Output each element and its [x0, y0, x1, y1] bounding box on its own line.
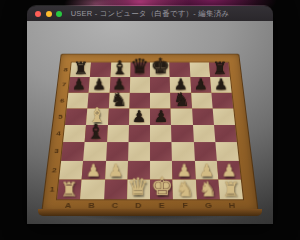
- square-f4[interactable]: [171, 125, 193, 142]
- app-content: 87654321 ABCDEFGH ♜♝♛♚♜♟♟♟♟♟♟♞♞♝♟♟♝♟♟♟♟♟…: [27, 21, 273, 223]
- square-c1[interactable]: [104, 179, 128, 199]
- black-pawn-b7[interactable]: ♟: [92, 77, 106, 92]
- white-queen-d1[interactable]: ♛: [128, 175, 150, 199]
- black-pawn-e5[interactable]: ♟: [153, 109, 167, 125]
- square-f6[interactable]: ♞: [170, 92, 191, 108]
- square-a5[interactable]: [65, 108, 88, 125]
- square-c5[interactable]: [108, 108, 130, 125]
- black-pawn-a7[interactable]: ♟: [72, 77, 86, 92]
- white-rook-a1[interactable]: ♜: [60, 180, 78, 200]
- square-b1[interactable]: [80, 179, 104, 199]
- square-a7[interactable]: ♟: [68, 77, 90, 92]
- zoom-button[interactable]: [56, 11, 62, 17]
- square-f3[interactable]: [172, 142, 195, 160]
- square-g4[interactable]: [193, 125, 216, 142]
- black-queen-d8[interactable]: ♛: [131, 56, 150, 77]
- black-knight-c6[interactable]: ♞: [110, 90, 127, 109]
- square-d3[interactable]: [128, 142, 150, 160]
- white-rook-h1[interactable]: ♜: [222, 180, 240, 200]
- square-c3[interactable]: [106, 142, 129, 160]
- white-knight-g1[interactable]: ♞: [199, 178, 218, 199]
- square-g7[interactable]: ♟: [190, 77, 211, 92]
- square-g1[interactable]: ♞: [195, 179, 219, 199]
- square-e1[interactable]: ♚: [150, 179, 173, 199]
- white-pawn-b2[interactable]: ♟: [86, 162, 101, 179]
- square-h1[interactable]: ♜: [218, 179, 243, 199]
- square-a3[interactable]: [61, 142, 85, 160]
- traffic-lights: [35, 11, 62, 17]
- square-h3[interactable]: [215, 142, 239, 160]
- black-knight-f6[interactable]: ♞: [173, 90, 190, 109]
- square-b4[interactable]: ♝: [85, 125, 108, 142]
- board-frame: 87654321 ABCDEFGH ♜♝♛♚♜♟♟♟♟♟♟♞♞♝♟♟♝♟♟♟♟♟…: [41, 54, 258, 212]
- window-title: USER - コンピュータ（白番です）- 編集済み: [71, 9, 230, 19]
- square-h6[interactable]: [211, 92, 233, 108]
- black-king-e8[interactable]: ♚: [150, 56, 169, 78]
- square-d1[interactable]: ♛: [127, 179, 150, 199]
- black-pawn-h7[interactable]: ♟: [214, 77, 228, 92]
- square-d5[interactable]: ♟: [129, 108, 150, 125]
- square-b7[interactable]: ♟: [89, 77, 110, 92]
- square-g5[interactable]: [192, 108, 214, 125]
- minimize-button[interactable]: [46, 11, 52, 17]
- square-e3[interactable]: [150, 142, 172, 160]
- square-e7[interactable]: [150, 77, 170, 92]
- square-b3[interactable]: [83, 142, 106, 160]
- square-a4[interactable]: [63, 125, 86, 142]
- board-scene: 87654321 ABCDEFGH ♜♝♛♚♜♟♟♟♟♟♟♞♞♝♟♟♝♟♟♟♟♟…: [52, 27, 248, 223]
- square-a6[interactable]: [67, 92, 89, 108]
- square-c4[interactable]: [107, 125, 129, 142]
- black-pawn-g7[interactable]: ♟: [194, 77, 208, 92]
- black-pawn-d5[interactable]: ♟: [132, 109, 146, 125]
- chess-app-window: USER - コンピュータ（白番です）- 編集済み 87654321 ABCDE…: [27, 5, 273, 223]
- square-a1[interactable]: ♜: [57, 179, 82, 199]
- white-pawn-c2[interactable]: ♟: [108, 162, 123, 179]
- square-g3[interactable]: [193, 142, 216, 160]
- square-h4[interactable]: [214, 125, 237, 142]
- square-g6[interactable]: [191, 92, 213, 108]
- square-c6[interactable]: ♞: [108, 92, 129, 108]
- square-h7[interactable]: ♟: [210, 77, 232, 92]
- white-knight-f1[interactable]: ♞: [176, 178, 195, 199]
- window-titlebar[interactable]: USER - コンピュータ（白番です）- 編集済み: [27, 6, 273, 21]
- square-d6[interactable]: [129, 92, 150, 108]
- black-bishop-b4[interactable]: ♝: [87, 122, 105, 142]
- white-king-e1[interactable]: ♚: [150, 174, 173, 199]
- square-f1[interactable]: ♞: [173, 179, 197, 199]
- square-d7[interactable]: [130, 77, 150, 92]
- black-bishop-c8[interactable]: ♝: [112, 58, 129, 77]
- square-b2[interactable]: ♟: [82, 160, 106, 179]
- square-d4[interactable]: [128, 125, 150, 142]
- square-e5[interactable]: ♟: [150, 108, 171, 125]
- square-f5[interactable]: [171, 108, 193, 125]
- square-d8[interactable]: ♛: [130, 62, 150, 77]
- square-h5[interactable]: [212, 108, 235, 125]
- square-e6[interactable]: [150, 92, 171, 108]
- square-e4[interactable]: [150, 125, 172, 142]
- desktop-background: USER - コンピュータ（白番です）- 編集済み 87654321 ABCDE…: [0, 0, 300, 223]
- square-e8[interactable]: ♚: [150, 62, 170, 77]
- close-button[interactable]: [35, 11, 41, 17]
- square-c2[interactable]: ♟: [105, 160, 128, 179]
- chessboard[interactable]: ♜♝♛♚♜♟♟♟♟♟♟♞♞♝♟♟♝♟♟♟♟♟♜♛♚♞♞♜: [57, 62, 243, 199]
- board-front-edge: [38, 209, 262, 216]
